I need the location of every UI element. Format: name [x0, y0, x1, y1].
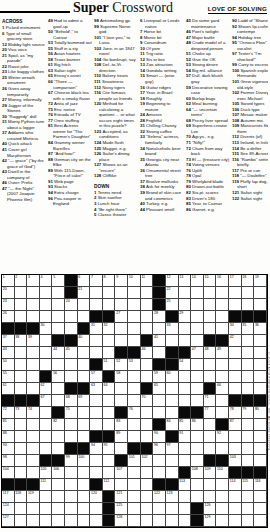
grid-cell[interactable]	[242, 431, 255, 443]
grid-cell[interactable]: 25	[166, 299, 179, 311]
grid-cell[interactable]	[179, 335, 192, 347]
grid-cell[interactable]: 16	[216, 275, 229, 287]
grid-cell[interactable]	[204, 491, 217, 503]
grid-cell[interactable]: 112	[103, 479, 116, 491]
grid-cell[interactable]	[179, 491, 192, 503]
grid-cell[interactable]	[78, 515, 91, 527]
grid-cell[interactable]	[65, 479, 78, 491]
grid-cell[interactable]: 30	[40, 323, 53, 335]
grid-cell[interactable]	[128, 503, 141, 515]
grid-cell[interactable]: 6	[78, 275, 91, 287]
grid-cell[interactable]	[141, 479, 154, 491]
grid-cell[interactable]: 108	[191, 467, 204, 479]
grid-cell[interactable]	[141, 491, 154, 503]
grid-cell[interactable]	[242, 287, 255, 299]
grid-cell[interactable]: 42	[229, 335, 242, 347]
grid-cell[interactable]	[78, 503, 91, 515]
grid-cell[interactable]: 93	[2, 443, 15, 455]
grid-cell[interactable]	[128, 467, 141, 479]
grid-cell[interactable]	[179, 515, 192, 527]
grid-cell[interactable]: 84	[166, 419, 179, 431]
grid-cell[interactable]: 129	[204, 515, 217, 527]
grid-cell[interactable]	[52, 311, 65, 323]
grid-cell[interactable]: 123	[166, 491, 179, 503]
grid-cell[interactable]	[191, 431, 204, 443]
grid-cell[interactable]	[216, 395, 229, 407]
grid-cell[interactable]: 62	[40, 383, 53, 395]
grid-cell[interactable]	[15, 431, 28, 443]
grid-cell[interactable]	[179, 503, 192, 515]
grid-cell[interactable]	[216, 491, 229, 503]
grid-cell[interactable]: 37	[2, 335, 15, 347]
grid-cell[interactable]	[128, 287, 141, 299]
grid-cell[interactable]	[141, 299, 154, 311]
grid-cell[interactable]	[229, 383, 242, 395]
grid-cell[interactable]: 44	[52, 347, 65, 359]
grid-cell[interactable]: 69	[78, 395, 91, 407]
grid-cell[interactable]: 35	[242, 323, 255, 335]
grid-cell[interactable]	[191, 287, 204, 299]
grid-cell[interactable]: 117	[2, 491, 15, 503]
grid-cell[interactable]	[103, 347, 116, 359]
grid-cell[interactable]	[179, 299, 192, 311]
grid-cell[interactable]	[216, 287, 229, 299]
grid-cell[interactable]: 85	[179, 419, 192, 431]
grid-cell[interactable]	[179, 287, 192, 299]
grid-cell[interactable]: 120	[90, 491, 103, 503]
grid-cell[interactable]: 15	[204, 275, 217, 287]
grid-cell[interactable]	[65, 323, 78, 335]
grid-cell[interactable]	[166, 335, 179, 347]
grid-cell[interactable]	[40, 299, 53, 311]
grid-cell[interactable]: 36	[254, 323, 267, 335]
grid-cell[interactable]	[90, 335, 103, 347]
grid-cell[interactable]: 106	[52, 467, 65, 479]
grid-cell[interactable]	[141, 371, 154, 383]
grid-cell[interactable]: 58	[115, 371, 128, 383]
grid-cell[interactable]	[179, 395, 192, 407]
grid-cell[interactable]	[216, 443, 229, 455]
grid-cell[interactable]	[153, 347, 166, 359]
grid-cell[interactable]	[52, 299, 65, 311]
grid-cell[interactable]: 3	[27, 275, 40, 287]
grid-cell[interactable]	[103, 335, 116, 347]
grid-cell[interactable]: 92	[216, 431, 229, 443]
grid-cell[interactable]: 34	[229, 323, 242, 335]
grid-cell[interactable]	[52, 323, 65, 335]
grid-cell[interactable]: 61	[2, 383, 15, 395]
grid-cell[interactable]	[128, 383, 141, 395]
grid-cell[interactable]	[27, 467, 40, 479]
grid-cell[interactable]	[166, 455, 179, 467]
grid-cell[interactable]	[229, 431, 242, 443]
grid-cell[interactable]: 10	[128, 275, 141, 287]
grid-cell[interactable]: 5	[52, 275, 65, 287]
grid-cell[interactable]: 68	[65, 395, 78, 407]
grid-cell[interactable]: 82	[52, 419, 65, 431]
grid-cell[interactable]	[179, 371, 192, 383]
grid-cell[interactable]	[141, 323, 154, 335]
grid-cell[interactable]	[27, 299, 40, 311]
crossword-grid[interactable]: 1234567891011121314151617181920212223242…	[1, 274, 268, 528]
grid-cell[interactable]	[103, 467, 116, 479]
grid-cell[interactable]: 26	[2, 311, 15, 323]
grid-cell[interactable]	[254, 287, 267, 299]
grid-cell[interactable]: 109	[204, 467, 217, 479]
grid-cell[interactable]: 13	[179, 275, 192, 287]
grid-cell[interactable]	[204, 443, 217, 455]
grid-cell[interactable]	[191, 395, 204, 407]
grid-cell[interactable]: 110	[216, 467, 229, 479]
grid-cell[interactable]	[204, 431, 217, 443]
grid-cell[interactable]	[90, 503, 103, 515]
grid-cell[interactable]: 122	[153, 491, 166, 503]
grid-cell[interactable]: 80	[254, 407, 267, 419]
grid-cell[interactable]	[103, 395, 116, 407]
grid-cell[interactable]: 126	[204, 503, 217, 515]
grid-cell[interactable]	[191, 479, 204, 491]
grid-cell[interactable]	[166, 407, 179, 419]
grid-cell[interactable]	[166, 467, 179, 479]
grid-cell[interactable]	[191, 383, 204, 395]
grid-cell[interactable]	[229, 515, 242, 527]
grid-cell[interactable]	[141, 467, 154, 479]
grid-cell[interactable]	[216, 503, 229, 515]
grid-cell[interactable]	[40, 311, 53, 323]
grid-cell[interactable]	[78, 299, 91, 311]
grid-cell[interactable]	[166, 383, 179, 395]
grid-cell[interactable]	[15, 311, 28, 323]
grid-cell[interactable]	[128, 299, 141, 311]
grid-cell[interactable]	[141, 503, 154, 515]
grid-cell[interactable]: 90	[153, 431, 166, 443]
grid-cell[interactable]	[103, 287, 116, 299]
grid-cell[interactable]	[15, 287, 28, 299]
grid-cell[interactable]	[40, 443, 53, 455]
grid-cell[interactable]: 118	[15, 491, 28, 503]
grid-cell[interactable]	[115, 299, 128, 311]
grid-cell[interactable]	[141, 287, 154, 299]
grid-cell[interactable]	[166, 395, 179, 407]
grid-cell[interactable]	[78, 407, 91, 419]
grid-cell[interactable]	[128, 335, 141, 347]
grid-cell[interactable]	[216, 323, 229, 335]
grid-cell[interactable]	[204, 479, 217, 491]
grid-cell[interactable]	[191, 299, 204, 311]
grid-cell[interactable]: 32	[103, 323, 116, 335]
grid-cell[interactable]: 51	[103, 359, 116, 371]
grid-cell[interactable]	[242, 503, 255, 515]
grid-cell[interactable]: 11	[141, 275, 154, 287]
grid-cell[interactable]	[27, 515, 40, 527]
grid-cell[interactable]	[78, 359, 91, 371]
grid-cell[interactable]	[229, 359, 242, 371]
grid-cell[interactable]: 41	[153, 335, 166, 347]
grid-cell[interactable]	[90, 419, 103, 431]
grid-cell[interactable]	[40, 407, 53, 419]
grid-cell[interactable]: 96	[153, 443, 166, 455]
grid-cell[interactable]	[242, 491, 255, 503]
grid-cell[interactable]: 91	[179, 431, 192, 443]
grid-cell[interactable]: 98	[2, 455, 15, 467]
grid-cell[interactable]	[65, 359, 78, 371]
grid-cell[interactable]	[27, 419, 40, 431]
grid-cell[interactable]: 23	[2, 299, 15, 311]
grid-cell[interactable]	[204, 359, 217, 371]
grid-cell[interactable]: 63	[90, 383, 103, 395]
grid-cell[interactable]: 128	[115, 515, 128, 527]
grid-cell[interactable]	[242, 335, 255, 347]
grid-cell[interactable]	[128, 395, 141, 407]
grid-cell[interactable]: 29	[179, 311, 192, 323]
grid-cell[interactable]	[204, 419, 217, 431]
grid-cell[interactable]	[52, 359, 65, 371]
grid-cell[interactable]	[242, 443, 255, 455]
grid-cell[interactable]	[216, 407, 229, 419]
grid-cell[interactable]: 17	[229, 275, 242, 287]
grid-cell[interactable]	[216, 299, 229, 311]
grid-cell[interactable]	[128, 515, 141, 527]
grid-cell[interactable]	[229, 287, 242, 299]
grid-cell[interactable]	[229, 299, 242, 311]
grid-cell[interactable]	[103, 455, 116, 467]
grid-cell[interactable]	[103, 299, 116, 311]
grid-cell[interactable]: 38	[15, 335, 28, 347]
grid-cell[interactable]	[179, 323, 192, 335]
grid-cell[interactable]: 60	[166, 371, 179, 383]
grid-cell[interactable]	[128, 479, 141, 491]
grid-cell[interactable]: 121	[115, 491, 128, 503]
grid-cell[interactable]	[204, 311, 217, 323]
grid-cell[interactable]: 104	[2, 467, 15, 479]
grid-cell[interactable]	[40, 335, 53, 347]
grid-cell[interactable]	[15, 443, 28, 455]
grid-cell[interactable]: 4	[40, 275, 53, 287]
grid-cell[interactable]	[128, 431, 141, 443]
grid-cell[interactable]	[242, 455, 255, 467]
grid-cell[interactable]: 114	[229, 479, 242, 491]
grid-cell[interactable]	[242, 371, 255, 383]
grid-cell[interactable]	[153, 455, 166, 467]
grid-cell[interactable]	[103, 407, 116, 419]
grid-cell[interactable]	[242, 299, 255, 311]
grid-cell[interactable]: 89	[115, 431, 128, 443]
grid-cell[interactable]	[78, 491, 91, 503]
grid-cell[interactable]: 102	[141, 455, 154, 467]
grid-cell[interactable]	[90, 455, 103, 467]
grid-cell[interactable]	[254, 491, 267, 503]
grid-cell[interactable]: 105	[40, 467, 53, 479]
grid-cell[interactable]: 127	[2, 515, 15, 527]
grid-cell[interactable]: 94	[90, 443, 103, 455]
grid-cell[interactable]: 53	[128, 359, 141, 371]
grid-cell[interactable]: 103	[229, 455, 242, 467]
grid-cell[interactable]	[153, 323, 166, 335]
grid-cell[interactable]: 2	[15, 275, 28, 287]
grid-cell[interactable]	[90, 287, 103, 299]
grid-cell[interactable]	[27, 503, 40, 515]
grid-cell[interactable]	[52, 515, 65, 527]
grid-cell[interactable]: 88	[2, 431, 15, 443]
grid-cell[interactable]	[65, 431, 78, 443]
grid-cell[interactable]	[65, 503, 78, 515]
grid-cell[interactable]: 46	[141, 347, 154, 359]
grid-cell[interactable]	[40, 287, 53, 299]
grid-cell[interactable]	[78, 419, 91, 431]
grid-cell[interactable]	[229, 347, 242, 359]
grid-cell[interactable]: 81	[2, 419, 15, 431]
grid-cell[interactable]	[15, 347, 28, 359]
grid-cell[interactable]: 124	[2, 503, 15, 515]
grid-cell[interactable]	[115, 287, 128, 299]
grid-cell[interactable]	[229, 371, 242, 383]
grid-cell[interactable]	[128, 371, 141, 383]
grid-cell[interactable]: 77	[204, 407, 217, 419]
grid-cell[interactable]	[103, 419, 116, 431]
grid-cell[interactable]	[52, 503, 65, 515]
grid-cell[interactable]	[52, 395, 65, 407]
grid-cell[interactable]: 67	[40, 395, 53, 407]
grid-cell[interactable]	[254, 347, 267, 359]
grid-cell[interactable]: 71	[204, 395, 217, 407]
grid-cell[interactable]: 75	[65, 407, 78, 419]
grid-cell[interactable]	[204, 323, 217, 335]
grid-cell[interactable]	[204, 299, 217, 311]
grid-cell[interactable]	[128, 419, 141, 431]
grid-cell[interactable]	[27, 455, 40, 467]
grid-cell[interactable]	[242, 419, 255, 431]
grid-cell[interactable]	[78, 311, 91, 323]
grid-cell[interactable]: 24	[65, 299, 78, 311]
grid-cell[interactable]	[115, 335, 128, 347]
grid-cell[interactable]	[115, 443, 128, 455]
grid-cell[interactable]	[15, 467, 28, 479]
grid-cell[interactable]: 86	[191, 419, 204, 431]
grid-cell[interactable]	[40, 515, 53, 527]
grid-cell[interactable]	[254, 371, 267, 383]
grid-cell[interactable]	[191, 323, 204, 335]
grid-cell[interactable]: 12	[166, 275, 179, 287]
grid-cell[interactable]: 95	[103, 443, 116, 455]
grid-cell[interactable]	[216, 359, 229, 371]
grid-cell[interactable]: 116	[254, 479, 267, 491]
grid-cell[interactable]	[65, 467, 78, 479]
grid-cell[interactable]	[191, 371, 204, 383]
grid-cell[interactable]	[15, 371, 28, 383]
grid-cell[interactable]	[229, 491, 242, 503]
grid-cell[interactable]	[78, 479, 91, 491]
grid-cell[interactable]	[153, 407, 166, 419]
grid-cell[interactable]: 78	[229, 407, 242, 419]
grid-cell[interactable]	[15, 299, 28, 311]
grid-cell[interactable]	[52, 287, 65, 299]
grid-cell[interactable]: 7	[90, 275, 103, 287]
grid-cell[interactable]	[27, 347, 40, 359]
grid-cell[interactable]	[78, 431, 91, 443]
grid-cell[interactable]: 65	[153, 383, 166, 395]
grid-cell[interactable]: 50	[2, 359, 15, 371]
grid-cell[interactable]	[254, 383, 267, 395]
grid-cell[interactable]: 79	[242, 407, 255, 419]
grid-cell[interactable]: 107	[115, 467, 128, 479]
grid-cell[interactable]: 111	[40, 479, 53, 491]
grid-cell[interactable]	[141, 515, 154, 527]
grid-cell[interactable]: 57	[90, 371, 103, 383]
grid-cell[interactable]: 115	[242, 479, 255, 491]
grid-cell[interactable]	[115, 479, 128, 491]
grid-cell[interactable]	[254, 455, 267, 467]
grid-cell[interactable]: 99	[65, 455, 78, 467]
grid-cell[interactable]	[128, 491, 141, 503]
grid-cell[interactable]: 22	[166, 287, 179, 299]
grid-cell[interactable]	[216, 515, 229, 527]
grid-cell[interactable]	[15, 383, 28, 395]
grid-cell[interactable]	[191, 443, 204, 455]
grid-cell[interactable]	[27, 359, 40, 371]
grid-cell[interactable]	[153, 503, 166, 515]
grid-cell[interactable]: 27	[115, 311, 128, 323]
grid-cell[interactable]: 39	[27, 335, 40, 347]
grid-cell[interactable]	[254, 515, 267, 527]
grid-cell[interactable]	[153, 467, 166, 479]
grid-cell[interactable]	[254, 443, 267, 455]
grid-cell[interactable]	[78, 371, 91, 383]
grid-cell[interactable]	[90, 467, 103, 479]
grid-cell[interactable]: 76	[128, 407, 141, 419]
grid-cell[interactable]	[216, 371, 229, 383]
grid-cell[interactable]	[229, 443, 242, 455]
grid-cell[interactable]: 19	[254, 275, 267, 287]
grid-cell[interactable]	[242, 383, 255, 395]
grid-cell[interactable]	[179, 455, 192, 467]
grid-cell[interactable]	[254, 503, 267, 515]
grid-cell[interactable]	[115, 395, 128, 407]
grid-cell[interactable]: 87	[229, 419, 242, 431]
grid-cell[interactable]	[78, 347, 91, 359]
grid-cell[interactable]	[90, 407, 103, 419]
grid-cell[interactable]	[40, 491, 53, 503]
grid-cell[interactable]	[15, 503, 28, 515]
grid-cell[interactable]	[15, 515, 28, 527]
grid-cell[interactable]	[40, 419, 53, 431]
grid-cell[interactable]	[65, 491, 78, 503]
grid-cell[interactable]	[90, 299, 103, 311]
grid-cell[interactable]: 70	[141, 395, 154, 407]
grid-cell[interactable]: 28	[153, 311, 166, 323]
grid-cell[interactable]: 43	[2, 347, 15, 359]
grid-cell[interactable]	[78, 467, 91, 479]
grid-cell[interactable]	[242, 515, 255, 527]
grid-cell[interactable]	[40, 431, 53, 443]
grid-cell[interactable]: 66	[216, 383, 229, 395]
grid-cell[interactable]	[229, 503, 242, 515]
grid-cell[interactable]: 49	[216, 347, 229, 359]
grid-cell[interactable]: 56	[52, 371, 65, 383]
grid-cell[interactable]	[27, 311, 40, 323]
grid-cell[interactable]: 59	[153, 371, 166, 383]
grid-cell[interactable]: 119	[27, 491, 40, 503]
grid-cell[interactable]	[52, 431, 65, 443]
grid-cell[interactable]: 73	[15, 407, 28, 419]
grid-cell[interactable]	[115, 323, 128, 335]
grid-cell[interactable]: 64	[103, 383, 116, 395]
grid-cell[interactable]: 72	[2, 407, 15, 419]
grid-cell[interactable]	[65, 515, 78, 527]
grid-cell[interactable]	[179, 443, 192, 455]
grid-cell[interactable]	[27, 443, 40, 455]
grid-cell[interactable]	[15, 455, 28, 467]
grid-cell[interactable]	[128, 311, 141, 323]
